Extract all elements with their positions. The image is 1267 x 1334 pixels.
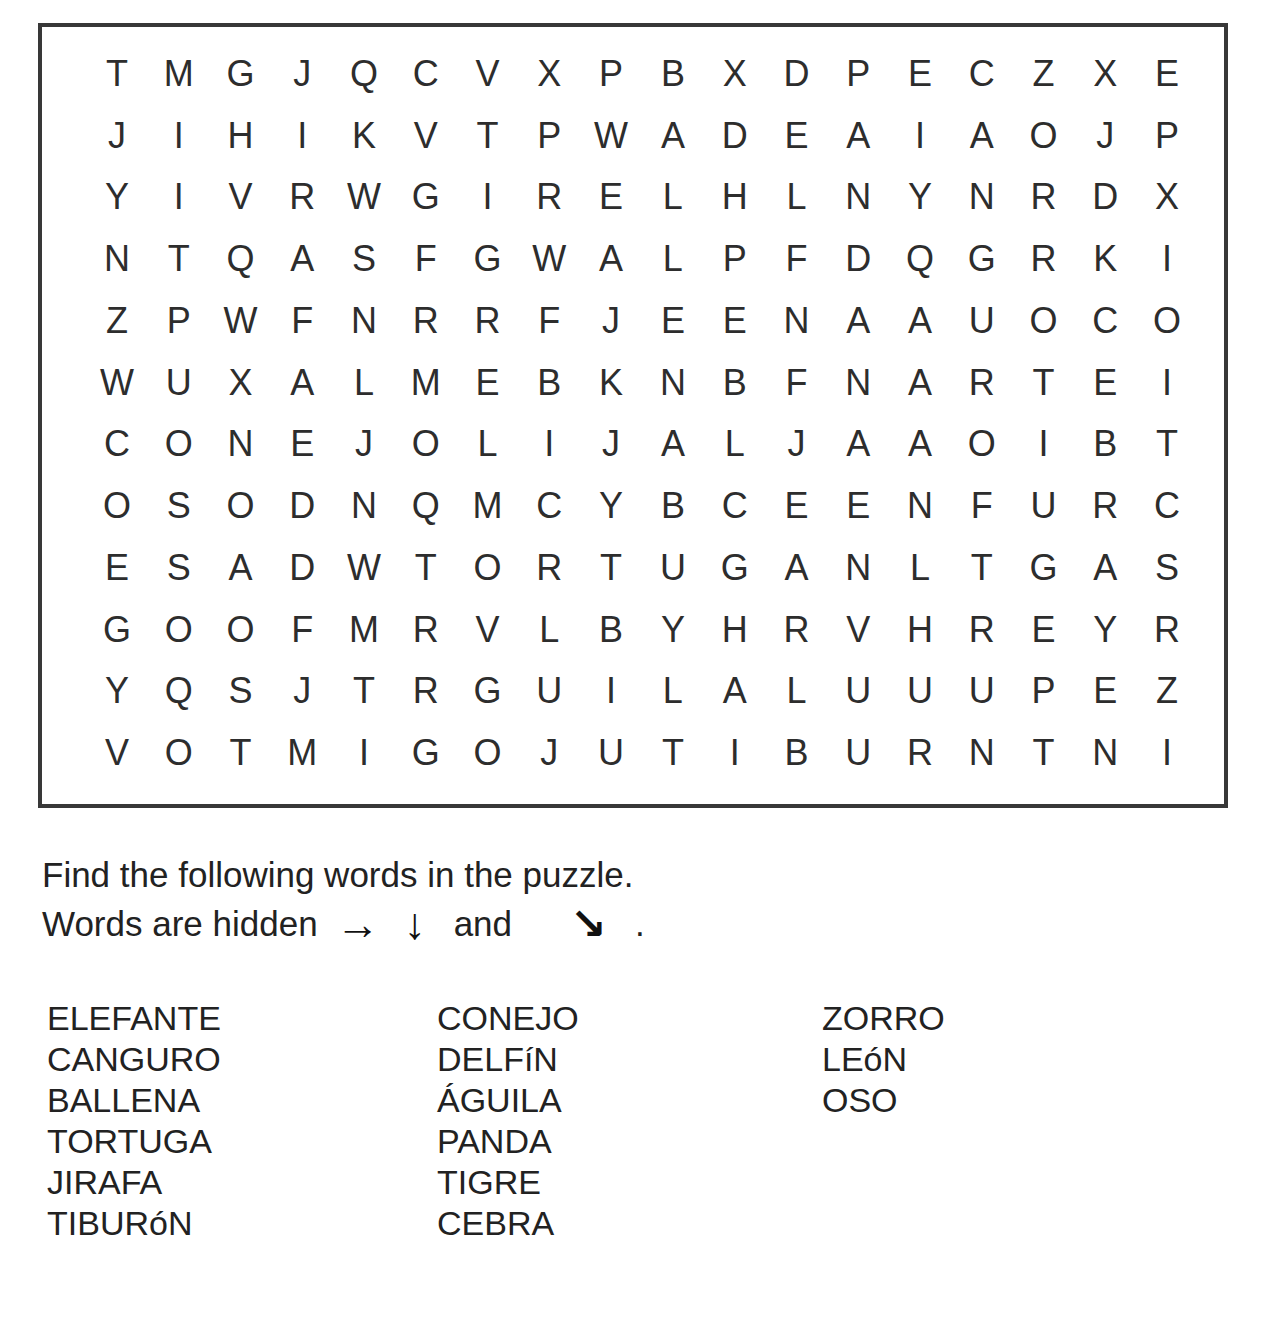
grid-cell-r9c7: O bbox=[457, 537, 519, 599]
grid-cell-r4c17: K bbox=[1074, 228, 1136, 290]
grid-cell-r12c12: B bbox=[766, 722, 828, 784]
grid-cell-r8c14: N bbox=[889, 475, 951, 537]
grid-cell-r10c16: E bbox=[1013, 599, 1075, 661]
grid-cell-r2c15: A bbox=[951, 105, 1013, 167]
word-list-item: TIGRE bbox=[437, 1162, 579, 1203]
grid-cell-r3c4: R bbox=[271, 167, 333, 229]
grid-cell-r8c2: S bbox=[148, 475, 210, 537]
grid-cell-r10c18: R bbox=[1136, 599, 1198, 661]
grid-cell-r12c4: M bbox=[271, 722, 333, 784]
grid-cell-r5c18: O bbox=[1136, 290, 1198, 352]
grid-cell-r11c13: U bbox=[827, 661, 889, 723]
grid-cell-r1c1: T bbox=[86, 43, 148, 105]
grid-cell-r6c2: U bbox=[148, 352, 210, 414]
grid-cell-r9c13: N bbox=[827, 537, 889, 599]
grid-cell-r8c16: U bbox=[1013, 475, 1075, 537]
grid-cell-r12c9: U bbox=[580, 722, 642, 784]
grid-cell-r12c7: O bbox=[457, 722, 519, 784]
grid-cell-r6c5: L bbox=[333, 352, 395, 414]
grid-cell-r3c17: D bbox=[1074, 167, 1136, 229]
grid-cell-r11c4: J bbox=[271, 661, 333, 723]
grid-cell-r7c18: T bbox=[1136, 414, 1198, 476]
grid-cell-r5c11: E bbox=[704, 290, 766, 352]
grid-cell-r5c8: F bbox=[518, 290, 580, 352]
grid-cell-r5c3: W bbox=[210, 290, 272, 352]
grid-cell-r6c10: N bbox=[642, 352, 704, 414]
grid-cell-r10c11: H bbox=[704, 599, 766, 661]
grid-cell-r5c2: P bbox=[148, 290, 210, 352]
grid-cell-r8c17: R bbox=[1074, 475, 1136, 537]
word-list-item: JIRAFA bbox=[47, 1162, 221, 1203]
grid-cell-r12c17: N bbox=[1074, 722, 1136, 784]
grid-cell-r10c15: R bbox=[951, 599, 1013, 661]
grid-cell-r5c17: C bbox=[1074, 290, 1136, 352]
grid-cell-r10c13: V bbox=[827, 599, 889, 661]
grid-cell-r6c17: E bbox=[1074, 352, 1136, 414]
grid-cell-r11c12: L bbox=[766, 661, 828, 723]
word-list-item: BALLENA bbox=[47, 1080, 221, 1121]
grid-cell-r12c6: G bbox=[395, 722, 457, 784]
grid-cell-r4c15: G bbox=[951, 228, 1013, 290]
grid-cell-r7c3: N bbox=[210, 414, 272, 476]
grid-cell-r3c11: H bbox=[704, 167, 766, 229]
grid-cell-r7c8: I bbox=[518, 414, 580, 476]
grid-cell-r7c1: C bbox=[86, 414, 148, 476]
grid-cell-r12c11: I bbox=[704, 722, 766, 784]
grid-cell-r7c14: A bbox=[889, 414, 951, 476]
grid-cell-r1c18: E bbox=[1136, 43, 1198, 105]
grid-cell-r7c5: J bbox=[333, 414, 395, 476]
grid-cell-r1c10: B bbox=[642, 43, 704, 105]
grid-cell-r3c7: I bbox=[457, 167, 519, 229]
grid-cell-r2c11: D bbox=[704, 105, 766, 167]
grid-cell-r2c5: K bbox=[333, 105, 395, 167]
grid-cell-r7c9: J bbox=[580, 414, 642, 476]
word-list-column-1: ELEFANTECANGUROBALLENATORTUGAJIRAFATIBUR… bbox=[47, 998, 221, 1244]
grid-cell-r4c13: D bbox=[827, 228, 889, 290]
grid-cell-r9c8: R bbox=[518, 537, 580, 599]
word-list-item: DELFíN bbox=[437, 1039, 579, 1080]
grid-cell-r3c9: E bbox=[580, 167, 642, 229]
grid-cell-r7c4: E bbox=[271, 414, 333, 476]
grid-cell-r6c9: K bbox=[580, 352, 642, 414]
grid-cell-r2c10: A bbox=[642, 105, 704, 167]
word-list-item: TIBURóN bbox=[47, 1203, 221, 1244]
grid-cell-r10c5: M bbox=[333, 599, 395, 661]
grid-cell-r4c8: W bbox=[518, 228, 580, 290]
grid-cell-r2c17: J bbox=[1074, 105, 1136, 167]
grid-cell-r12c16: T bbox=[1013, 722, 1075, 784]
grid-cell-r7c13: A bbox=[827, 414, 889, 476]
grid-cell-r3c12: L bbox=[766, 167, 828, 229]
grid-cell-r10c10: Y bbox=[642, 599, 704, 661]
grid-cell-r9c1: E bbox=[86, 537, 148, 599]
grid-cell-r8c7: M bbox=[457, 475, 519, 537]
grid-cell-r3c3: V bbox=[210, 167, 272, 229]
grid-cell-r11c2: Q bbox=[148, 661, 210, 723]
arrow-right-icon: → bbox=[336, 902, 380, 946]
grid-cell-r12c14: R bbox=[889, 722, 951, 784]
grid-cell-r4c14: Q bbox=[889, 228, 951, 290]
grid-cell-r5c5: N bbox=[333, 290, 395, 352]
grid-cell-r2c7: T bbox=[457, 105, 519, 167]
grid-cell-r3c1: Y bbox=[86, 167, 148, 229]
grid-cell-r2c4: I bbox=[271, 105, 333, 167]
grid-cell-r10c8: L bbox=[518, 599, 580, 661]
grid-cell-r10c1: G bbox=[86, 599, 148, 661]
grid-cell-r11c7: G bbox=[457, 661, 519, 723]
grid-cell-r8c4: D bbox=[271, 475, 333, 537]
grid-cell-r10c3: O bbox=[210, 599, 272, 661]
grid-cell-r4c4: A bbox=[271, 228, 333, 290]
grid-cell-r7c12: J bbox=[766, 414, 828, 476]
grid-cell-r2c9: W bbox=[580, 105, 642, 167]
grid-cell-r8c6: Q bbox=[395, 475, 457, 537]
word-list-item: ELEFANTE bbox=[47, 998, 221, 1039]
word-list-item: CANGURO bbox=[47, 1039, 221, 1080]
grid-cell-r12c15: N bbox=[951, 722, 1013, 784]
grid-cell-r12c1: V bbox=[86, 722, 148, 784]
grid-cell-r12c10: T bbox=[642, 722, 704, 784]
word-list-item: CEBRA bbox=[437, 1203, 579, 1244]
grid-cell-r3c2: I bbox=[148, 167, 210, 229]
grid-cell-r8c12: E bbox=[766, 475, 828, 537]
word-list-item: OSO bbox=[822, 1080, 945, 1121]
grid-cell-r11c3: S bbox=[210, 661, 272, 723]
grid-cell-r4c1: N bbox=[86, 228, 148, 290]
grid-cell-r3c6: G bbox=[395, 167, 457, 229]
grid-cell-r11c8: U bbox=[518, 661, 580, 723]
grid-cell-r7c2: O bbox=[148, 414, 210, 476]
grid-cell-r7c10: A bbox=[642, 414, 704, 476]
grid-cell-r4c10: L bbox=[642, 228, 704, 290]
instructions-line1: Find the following words in the puzzle. bbox=[42, 852, 645, 898]
grid-cell-r5c9: J bbox=[580, 290, 642, 352]
grid-cell-r7c11: L bbox=[704, 414, 766, 476]
grid-cell-r11c11: A bbox=[704, 661, 766, 723]
word-list-column-3: ZORROLEóNOSO bbox=[822, 998, 945, 1121]
grid-cell-r9c5: W bbox=[333, 537, 395, 599]
grid-cell-r1c3: G bbox=[210, 43, 272, 105]
grid-cell-r12c2: O bbox=[148, 722, 210, 784]
grid-cell-r7c17: B bbox=[1074, 414, 1136, 476]
grid-cell-r4c16: R bbox=[1013, 228, 1075, 290]
grid-cell-r8c1: O bbox=[86, 475, 148, 537]
grid-cell-r3c16: R bbox=[1013, 167, 1075, 229]
grid-cell-r5c13: A bbox=[827, 290, 889, 352]
grid-cell-r4c5: S bbox=[333, 228, 395, 290]
grid-cell-r1c7: V bbox=[457, 43, 519, 105]
instructions-line2: Words are hidden → ↓ and ↘ . bbox=[42, 898, 645, 950]
grid-cell-r1c8: X bbox=[518, 43, 580, 105]
instructions-period: . bbox=[635, 901, 645, 947]
grid-cell-r8c15: F bbox=[951, 475, 1013, 537]
grid-cell-r6c16: T bbox=[1013, 352, 1075, 414]
grid-cell-r5c4: F bbox=[271, 290, 333, 352]
grid-cell-r5c12: N bbox=[766, 290, 828, 352]
word-list-item: CONEJO bbox=[437, 998, 579, 1039]
grid-cell-r6c18: I bbox=[1136, 352, 1198, 414]
grid-cell-r9c11: G bbox=[704, 537, 766, 599]
instructions: Find the following words in the puzzle. … bbox=[42, 852, 645, 950]
grid-cell-r1c5: Q bbox=[333, 43, 395, 105]
grid-cell-r2c1: J bbox=[86, 105, 148, 167]
grid-cell-r3c10: L bbox=[642, 167, 704, 229]
grid-cell-r9c4: D bbox=[271, 537, 333, 599]
word-list-item: ZORRO bbox=[822, 998, 945, 1039]
grid-cell-r10c6: R bbox=[395, 599, 457, 661]
grid-cell-r10c4: F bbox=[271, 599, 333, 661]
grid-cell-r2c18: P bbox=[1136, 105, 1198, 167]
grid-cell-r2c2: I bbox=[148, 105, 210, 167]
grid-cell-r8c10: B bbox=[642, 475, 704, 537]
grid-cell-r6c8: B bbox=[518, 352, 580, 414]
grid-cell-r10c7: V bbox=[457, 599, 519, 661]
grid-cell-r5c15: U bbox=[951, 290, 1013, 352]
grid-cell-r1c16: Z bbox=[1013, 43, 1075, 105]
grid-cell-r11c18: Z bbox=[1136, 661, 1198, 723]
grid-cell-r11c15: U bbox=[951, 661, 1013, 723]
grid-cell-r6c11: B bbox=[704, 352, 766, 414]
grid-cell-r9c15: T bbox=[951, 537, 1013, 599]
grid-cell-r10c2: O bbox=[148, 599, 210, 661]
grid-cell-r2c13: A bbox=[827, 105, 889, 167]
grid-cell-r3c15: N bbox=[951, 167, 1013, 229]
grid-cell-r2c8: P bbox=[518, 105, 580, 167]
word-list-item: ÁGUILA bbox=[437, 1080, 579, 1121]
word-list-item: LEóN bbox=[822, 1039, 945, 1080]
grid-cell-r12c18: I bbox=[1136, 722, 1198, 784]
grid-cell-r3c5: W bbox=[333, 167, 395, 229]
grid-cell-r4c2: T bbox=[148, 228, 210, 290]
grid-cell-r1c11: X bbox=[704, 43, 766, 105]
grid-cell-r10c12: R bbox=[766, 599, 828, 661]
grid-cell-r4c6: F bbox=[395, 228, 457, 290]
grid-cell-r6c15: R bbox=[951, 352, 1013, 414]
grid-cell-r6c12: F bbox=[766, 352, 828, 414]
grid-cell-r4c3: Q bbox=[210, 228, 272, 290]
grid-cell-r3c8: R bbox=[518, 167, 580, 229]
grid-cell-r12c8: J bbox=[518, 722, 580, 784]
grid-cell-r4c18: I bbox=[1136, 228, 1198, 290]
grid-cell-r6c13: N bbox=[827, 352, 889, 414]
grid-cell-r11c5: T bbox=[333, 661, 395, 723]
grid-cell-r6c14: A bbox=[889, 352, 951, 414]
grid-cell-r7c16: I bbox=[1013, 414, 1075, 476]
grid-cell-r11c6: R bbox=[395, 661, 457, 723]
grid-cell-r2c6: V bbox=[395, 105, 457, 167]
grid-cell-r7c6: O bbox=[395, 414, 457, 476]
grid-cell-r8c8: C bbox=[518, 475, 580, 537]
instructions-line2-prefix: Words are hidden bbox=[42, 901, 318, 947]
grid-cell-r9c9: T bbox=[580, 537, 642, 599]
grid-cell-r10c17: Y bbox=[1074, 599, 1136, 661]
grid-cell-r11c1: Y bbox=[86, 661, 148, 723]
grid-cell-r6c7: E bbox=[457, 352, 519, 414]
grid-cell-r1c9: P bbox=[580, 43, 642, 105]
grid-cell-r10c9: B bbox=[580, 599, 642, 661]
grid-cell-r6c3: X bbox=[210, 352, 272, 414]
grid-cell-r11c10: L bbox=[642, 661, 704, 723]
grid-cell-r6c4: A bbox=[271, 352, 333, 414]
grid-cell-r3c14: Y bbox=[889, 167, 951, 229]
arrow-down-icon: ↓ bbox=[404, 902, 426, 946]
grid-cell-r5c14: A bbox=[889, 290, 951, 352]
grid-cell-r5c1: Z bbox=[86, 290, 148, 352]
grid-cell-r2c12: E bbox=[766, 105, 828, 167]
grid-cell-r3c18: X bbox=[1136, 167, 1198, 229]
grid-cell-r2c14: I bbox=[889, 105, 951, 167]
grid-cell-r8c11: C bbox=[704, 475, 766, 537]
grid-cell-r9c17: A bbox=[1074, 537, 1136, 599]
grid-cell-r8c3: O bbox=[210, 475, 272, 537]
grid-cell-r11c16: P bbox=[1013, 661, 1075, 723]
grid-cell-r9c18: S bbox=[1136, 537, 1198, 599]
word-list-item: PANDA bbox=[437, 1121, 579, 1162]
grid-cell-r1c2: M bbox=[148, 43, 210, 105]
grid-cell-r5c10: E bbox=[642, 290, 704, 352]
grid-cell-r1c12: D bbox=[766, 43, 828, 105]
grid-cell-r1c6: C bbox=[395, 43, 457, 105]
grid-cell-r7c7: L bbox=[457, 414, 519, 476]
word-search-board: TMGJQCVXPBXDPECZXEJIHIKVTPWADEAIAOJPYIVR… bbox=[38, 23, 1228, 808]
grid-cell-r12c13: U bbox=[827, 722, 889, 784]
grid-cell-r4c9: A bbox=[580, 228, 642, 290]
grid-cell-r9c12: A bbox=[766, 537, 828, 599]
grid-cell-r6c1: W bbox=[86, 352, 148, 414]
grid-cell-r5c16: O bbox=[1013, 290, 1075, 352]
grid-cell-r9c6: T bbox=[395, 537, 457, 599]
grid-cell-r5c6: R bbox=[395, 290, 457, 352]
grid-cell-r5c7: R bbox=[457, 290, 519, 352]
grid-cell-r9c14: L bbox=[889, 537, 951, 599]
grid-cell-r2c3: H bbox=[210, 105, 272, 167]
grid-cell-r9c2: S bbox=[148, 537, 210, 599]
grid-cell-r4c7: G bbox=[457, 228, 519, 290]
grid-cell-r11c9: I bbox=[580, 661, 642, 723]
grid-cell-r12c3: T bbox=[210, 722, 272, 784]
grid-cell-r8c18: C bbox=[1136, 475, 1198, 537]
arrow-down-right-icon: ↘ bbox=[570, 902, 607, 946]
grid-cell-r11c17: E bbox=[1074, 661, 1136, 723]
instructions-conjunction: and bbox=[454, 901, 512, 947]
grid-cell-r1c4: J bbox=[271, 43, 333, 105]
grid-cell-r9c16: G bbox=[1013, 537, 1075, 599]
word-list-column-2: CONEJODELFíNÁGUILAPANDATIGRECEBRA bbox=[437, 998, 579, 1244]
word-list-item: TORTUGA bbox=[47, 1121, 221, 1162]
grid-cell-r3c13: N bbox=[827, 167, 889, 229]
grid-cell-r11c14: U bbox=[889, 661, 951, 723]
grid-cell-r1c14: E bbox=[889, 43, 951, 105]
grid-cell-r10c14: H bbox=[889, 599, 951, 661]
grid-cell-r7c15: O bbox=[951, 414, 1013, 476]
grid-cell-r8c9: Y bbox=[580, 475, 642, 537]
grid-cell-r8c5: N bbox=[333, 475, 395, 537]
grid-cell-r1c15: C bbox=[951, 43, 1013, 105]
grid-cell-r9c10: U bbox=[642, 537, 704, 599]
grid-cell-r1c13: P bbox=[827, 43, 889, 105]
grid-cell-r4c11: P bbox=[704, 228, 766, 290]
grid-cell-r4c12: F bbox=[766, 228, 828, 290]
grid-cell-r8c13: E bbox=[827, 475, 889, 537]
grid-cell-r1c17: X bbox=[1074, 43, 1136, 105]
grid-cell-r9c3: A bbox=[210, 537, 272, 599]
grid-cell-r6c6: M bbox=[395, 352, 457, 414]
grid-cell-r2c16: O bbox=[1013, 105, 1075, 167]
grid-cell-r12c5: I bbox=[333, 722, 395, 784]
